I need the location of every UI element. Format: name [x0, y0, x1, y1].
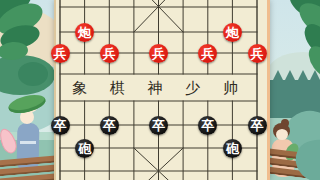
piece-black-soldier-f5r6[interactable]: 卒	[149, 116, 168, 135]
piece-black-soldier-f7r6[interactable]: 卒	[198, 116, 217, 135]
piece-red-cannon-f8r2[interactable]: 炮	[223, 23, 242, 42]
piece-red-soldier-f7r3[interactable]: 兵	[198, 44, 217, 63]
piece-black-soldier-f1r6[interactable]: 卒	[51, 116, 70, 135]
xiangqi-scene: 象棋神少帅 炮炮兵兵兵兵兵卒卒卒卒卒砲砲	[0, 0, 320, 180]
piece-red-cannon-f2r2[interactable]: 炮	[75, 23, 94, 42]
river-text-char: 少	[185, 79, 200, 98]
river-text-char: 棋	[110, 79, 125, 98]
piece-red-soldier-f1r3[interactable]: 兵	[51, 44, 70, 63]
piece-black-soldier-f9r6[interactable]: 卒	[248, 116, 267, 135]
river-text: 象棋神少帅	[72, 79, 238, 97]
river-text-char: 神	[148, 79, 163, 98]
river-text-char: 象	[72, 79, 87, 98]
piece-red-soldier-f5r3[interactable]: 兵	[149, 44, 168, 63]
piece-red-soldier-f9r3[interactable]: 兵	[248, 44, 267, 63]
river-text-char: 帅	[223, 79, 238, 98]
piece-black-cannon-f8r7[interactable]: 砲	[223, 139, 242, 158]
piece-black-soldier-f3r6[interactable]: 卒	[100, 116, 119, 135]
piece-red-soldier-f3r3[interactable]: 兵	[100, 44, 119, 63]
piece-black-cannon-f2r7[interactable]: 砲	[75, 139, 94, 158]
